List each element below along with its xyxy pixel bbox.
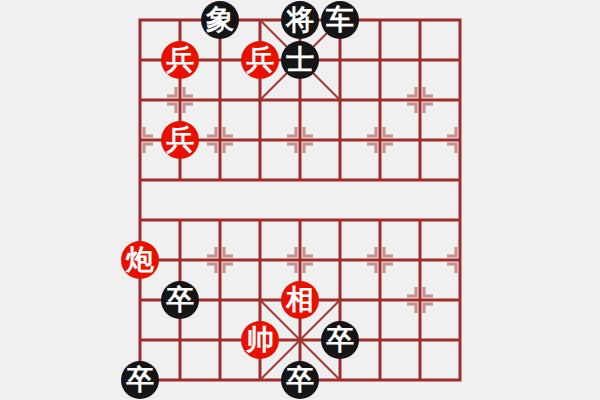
intersection-5-2[interactable]: [320, 80, 360, 120]
intersection-3-1[interactable]: 兵: [240, 40, 280, 80]
intersection-2-3[interactable]: [200, 120, 240, 160]
intersection-4-5[interactable]: [280, 200, 320, 240]
xiangqi-board: 象将车兵兵士兵炮卒相帅卒卒卒: [120, 0, 480, 400]
intersection-3-2[interactable]: [240, 80, 280, 120]
intersection-8-1[interactable]: [440, 40, 480, 80]
piece-red-general[interactable]: 帅: [241, 321, 279, 359]
intersection-3-5[interactable]: [240, 200, 280, 240]
intersection-1-9[interactable]: [160, 360, 200, 400]
intersection-7-3[interactable]: [400, 120, 440, 160]
intersection-5-7[interactable]: [320, 280, 360, 320]
intersection-7-5[interactable]: [400, 200, 440, 240]
piece-black-elephant[interactable]: 象: [201, 1, 239, 39]
intersection-1-8[interactable]: [160, 320, 200, 360]
intersection-7-9[interactable]: [400, 360, 440, 400]
intersection-0-5[interactable]: [120, 200, 160, 240]
xiangqi-position-screenshot: 象将车兵兵士兵炮卒相帅卒卒卒: [0, 0, 600, 400]
intersection-2-1[interactable]: [200, 40, 240, 80]
intersection-1-3[interactable]: 兵: [160, 120, 200, 160]
intersection-5-6[interactable]: [320, 240, 360, 280]
intersection-6-2[interactable]: [360, 80, 400, 120]
intersection-2-2[interactable]: [200, 80, 240, 120]
intersection-4-0[interactable]: 将: [280, 0, 320, 40]
intersection-4-6[interactable]: [280, 240, 320, 280]
intersection-0-2[interactable]: [120, 80, 160, 120]
piece-black-pawn[interactable]: 卒: [121, 361, 159, 399]
intersection-1-7[interactable]: 卒: [160, 280, 200, 320]
intersection-3-9[interactable]: [240, 360, 280, 400]
intersection-5-4[interactable]: [320, 160, 360, 200]
intersection-4-2[interactable]: [280, 80, 320, 120]
piece-red-pawn[interactable]: 兵: [161, 41, 199, 79]
intersection-2-9[interactable]: [200, 360, 240, 400]
intersection-8-0[interactable]: [440, 0, 480, 40]
intersection-2-7[interactable]: [200, 280, 240, 320]
intersection-5-5[interactable]: [320, 200, 360, 240]
intersection-8-5[interactable]: [440, 200, 480, 240]
piece-black-chariot[interactable]: 车: [321, 1, 359, 39]
intersection-0-7[interactable]: [120, 280, 160, 320]
intersection-4-8[interactable]: [280, 320, 320, 360]
intersection-1-4[interactable]: [160, 160, 200, 200]
intersection-2-6[interactable]: [200, 240, 240, 280]
intersection-7-0[interactable]: [400, 0, 440, 40]
intersection-3-7[interactable]: [240, 280, 280, 320]
intersection-6-4[interactable]: [360, 160, 400, 200]
intersection-5-0[interactable]: 车: [320, 0, 360, 40]
intersection-4-7[interactable]: 相: [280, 280, 320, 320]
intersection-0-0[interactable]: [120, 0, 160, 40]
intersection-4-3[interactable]: [280, 120, 320, 160]
intersection-3-3[interactable]: [240, 120, 280, 160]
intersection-6-0[interactable]: [360, 0, 400, 40]
intersection-0-1[interactable]: [120, 40, 160, 80]
intersection-5-1[interactable]: [320, 40, 360, 80]
intersection-0-8[interactable]: [120, 320, 160, 360]
piece-red-elephant[interactable]: 相: [281, 281, 319, 319]
intersection-7-4[interactable]: [400, 160, 440, 200]
intersection-4-1[interactable]: 士: [280, 40, 320, 80]
intersection-3-8[interactable]: 帅: [240, 320, 280, 360]
intersection-8-9[interactable]: [440, 360, 480, 400]
intersection-5-3[interactable]: [320, 120, 360, 160]
intersection-5-8[interactable]: 卒: [320, 320, 360, 360]
intersection-1-0[interactable]: [160, 0, 200, 40]
intersection-2-0[interactable]: 象: [200, 0, 240, 40]
intersection-7-2[interactable]: [400, 80, 440, 120]
piece-red-pawn[interactable]: 兵: [241, 41, 279, 79]
intersection-3-4[interactable]: [240, 160, 280, 200]
intersection-0-6[interactable]: 炮: [120, 240, 160, 280]
intersection-8-2[interactable]: [440, 80, 480, 120]
intersection-3-0[interactable]: [240, 0, 280, 40]
piece-black-pawn[interactable]: 卒: [281, 361, 319, 399]
intersection-4-4[interactable]: [280, 160, 320, 200]
intersection-8-4[interactable]: [440, 160, 480, 200]
piece-black-general[interactable]: 将: [281, 1, 319, 39]
intersection-6-8[interactable]: [360, 320, 400, 360]
intersection-1-2[interactable]: [160, 80, 200, 120]
piece-black-advisor[interactable]: 士: [281, 41, 319, 79]
intersection-8-6[interactable]: [440, 240, 480, 280]
intersection-6-7[interactable]: [360, 280, 400, 320]
intersection-0-9[interactable]: 卒: [120, 360, 160, 400]
intersection-0-4[interactable]: [120, 160, 160, 200]
intersection-1-6[interactable]: [160, 240, 200, 280]
intersection-4-9[interactable]: 卒: [280, 360, 320, 400]
intersection-7-6[interactable]: [400, 240, 440, 280]
intersection-6-1[interactable]: [360, 40, 400, 80]
intersection-1-5[interactable]: [160, 200, 200, 240]
intersection-2-8[interactable]: [200, 320, 240, 360]
intersection-7-7[interactable]: [400, 280, 440, 320]
intersection-3-6[interactable]: [240, 240, 280, 280]
intersection-6-6[interactable]: [360, 240, 400, 280]
intersection-1-1[interactable]: 兵: [160, 40, 200, 80]
intersection-6-5[interactable]: [360, 200, 400, 240]
intersection-8-8[interactable]: [440, 320, 480, 360]
piece-red-pawn[interactable]: 兵: [161, 121, 199, 159]
piece-black-pawn[interactable]: 卒: [161, 281, 199, 319]
intersection-5-9[interactable]: [320, 360, 360, 400]
intersection-8-7[interactable]: [440, 280, 480, 320]
intersection-8-3[interactable]: [440, 120, 480, 160]
intersection-6-3[interactable]: [360, 120, 400, 160]
piece-red-cannon[interactable]: 炮: [121, 241, 159, 279]
piece-black-pawn[interactable]: 卒: [321, 321, 359, 359]
intersection-7-8[interactable]: [400, 320, 440, 360]
intersection-2-4[interactable]: [200, 160, 240, 200]
intersection-7-1[interactable]: [400, 40, 440, 80]
intersection-2-5[interactable]: [200, 200, 240, 240]
intersection-0-3[interactable]: [120, 120, 160, 160]
intersection-6-9[interactable]: [360, 360, 400, 400]
